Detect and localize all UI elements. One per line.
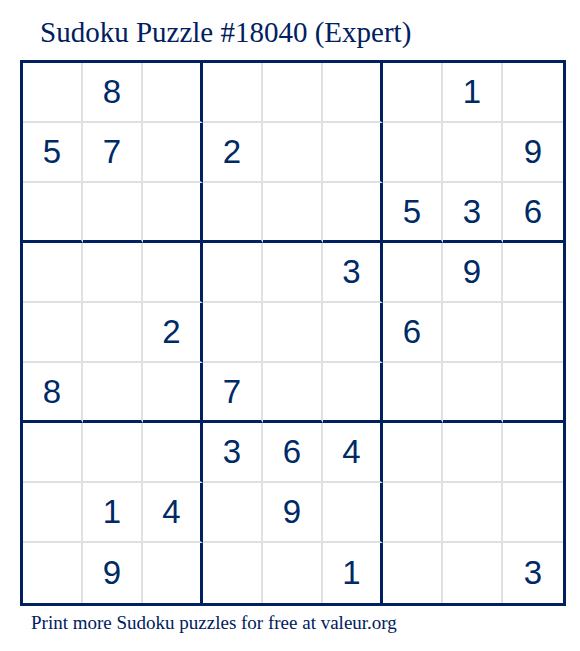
cell-r5c9[interactable] <box>503 303 563 363</box>
cell-r5c2[interactable] <box>83 303 143 363</box>
cell-r2c1[interactable]: 5 <box>23 123 83 183</box>
cell-r4c1[interactable] <box>23 243 83 303</box>
cell-r5c8[interactable] <box>443 303 503 363</box>
cell-r6c9[interactable] <box>503 363 563 423</box>
cell-r1c8[interactable]: 1 <box>443 63 503 123</box>
cell-r4c3[interactable] <box>143 243 203 303</box>
cell-r7c5[interactable]: 6 <box>263 423 323 483</box>
cell-r8c5[interactable]: 9 <box>263 483 323 543</box>
cell-r9c8[interactable] <box>443 543 503 603</box>
cell-r3c8[interactable]: 3 <box>443 183 503 243</box>
cell-r1c9[interactable] <box>503 63 563 123</box>
cell-r6c7[interactable] <box>383 363 443 423</box>
cell-r5c1[interactable] <box>23 303 83 363</box>
cell-r9c4[interactable] <box>203 543 263 603</box>
cell-r9c1[interactable] <box>23 543 83 603</box>
cell-r7c3[interactable] <box>143 423 203 483</box>
cell-r6c5[interactable] <box>263 363 323 423</box>
cell-r4c9[interactable] <box>503 243 563 303</box>
cell-r7c4[interactable]: 3 <box>203 423 263 483</box>
puzzle-title: Sudoku Puzzle #18040 (Expert) <box>40 16 411 49</box>
cell-r8c9[interactable] <box>503 483 563 543</box>
footer-text: Print more Sudoku puzzles for free at va… <box>31 612 397 634</box>
cell-r3c5[interactable] <box>263 183 323 243</box>
cell-r1c3[interactable] <box>143 63 203 123</box>
cell-r2c4[interactable]: 2 <box>203 123 263 183</box>
cell-r6c6[interactable] <box>323 363 383 423</box>
cell-r8c7[interactable] <box>383 483 443 543</box>
cell-r9c7[interactable] <box>383 543 443 603</box>
cell-r5c6[interactable] <box>323 303 383 363</box>
cell-r6c1[interactable]: 8 <box>23 363 83 423</box>
cell-r1c1[interactable] <box>23 63 83 123</box>
cell-r2c5[interactable] <box>263 123 323 183</box>
cell-r2c7[interactable] <box>383 123 443 183</box>
cell-r3c4[interactable] <box>203 183 263 243</box>
cell-r3c2[interactable] <box>83 183 143 243</box>
cell-r8c2[interactable]: 1 <box>83 483 143 543</box>
cell-r7c8[interactable] <box>443 423 503 483</box>
cell-r1c7[interactable] <box>383 63 443 123</box>
cell-r3c6[interactable] <box>323 183 383 243</box>
cell-r7c1[interactable] <box>23 423 83 483</box>
cell-r2c9[interactable]: 9 <box>503 123 563 183</box>
cell-r9c3[interactable] <box>143 543 203 603</box>
sudoku-board: 815729536392687364149913 <box>20 60 566 606</box>
cell-r8c1[interactable] <box>23 483 83 543</box>
cell-r7c7[interactable] <box>383 423 443 483</box>
page: Sudoku Puzzle #18040 (Expert) 8157295363… <box>0 0 580 651</box>
cell-r8c3[interactable]: 4 <box>143 483 203 543</box>
cell-r6c3[interactable] <box>143 363 203 423</box>
cell-r4c7[interactable] <box>383 243 443 303</box>
cell-r3c1[interactable] <box>23 183 83 243</box>
cell-r4c4[interactable] <box>203 243 263 303</box>
cell-r5c7[interactable]: 6 <box>383 303 443 363</box>
cell-r3c7[interactable]: 5 <box>383 183 443 243</box>
cell-r8c8[interactable] <box>443 483 503 543</box>
cell-r3c3[interactable] <box>143 183 203 243</box>
cell-r6c8[interactable] <box>443 363 503 423</box>
cell-r5c3[interactable]: 2 <box>143 303 203 363</box>
cell-r2c6[interactable] <box>323 123 383 183</box>
cell-r7c9[interactable] <box>503 423 563 483</box>
cell-r8c4[interactable] <box>203 483 263 543</box>
cell-r5c5[interactable] <box>263 303 323 363</box>
cell-r9c6[interactable]: 1 <box>323 543 383 603</box>
cell-r6c4[interactable]: 7 <box>203 363 263 423</box>
cell-r2c3[interactable] <box>143 123 203 183</box>
cell-r4c2[interactable] <box>83 243 143 303</box>
cell-r4c8[interactable]: 9 <box>443 243 503 303</box>
cell-r8c6[interactable] <box>323 483 383 543</box>
cell-r9c9[interactable]: 3 <box>503 543 563 603</box>
cell-r7c6[interactable]: 4 <box>323 423 383 483</box>
cell-r9c5[interactable] <box>263 543 323 603</box>
cell-r1c2[interactable]: 8 <box>83 63 143 123</box>
cell-r6c2[interactable] <box>83 363 143 423</box>
cell-r3c9[interactable]: 6 <box>503 183 563 243</box>
cell-r1c5[interactable] <box>263 63 323 123</box>
cell-r2c8[interactable] <box>443 123 503 183</box>
cell-r1c6[interactable] <box>323 63 383 123</box>
cell-r4c5[interactable] <box>263 243 323 303</box>
cell-r9c2[interactable]: 9 <box>83 543 143 603</box>
cell-r1c4[interactable] <box>203 63 263 123</box>
cell-r2c2[interactable]: 7 <box>83 123 143 183</box>
cell-r5c4[interactable] <box>203 303 263 363</box>
cell-r7c2[interactable] <box>83 423 143 483</box>
cell-r4c6[interactable]: 3 <box>323 243 383 303</box>
